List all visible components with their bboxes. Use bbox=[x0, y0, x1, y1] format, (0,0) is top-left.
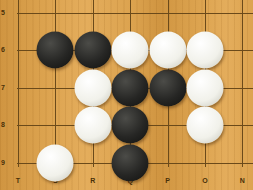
black-stone-P7 bbox=[149, 69, 186, 106]
grid-line-column-S bbox=[55, 0, 56, 167]
black-stone-R6 bbox=[74, 32, 111, 69]
go-board[interactable]: 56789 TSRQPON bbox=[0, 0, 253, 190]
white-stone-R8 bbox=[74, 107, 111, 144]
white-stone-S9 bbox=[37, 144, 74, 181]
grid-line-column-N bbox=[242, 0, 243, 167]
column-label-R: R bbox=[90, 177, 95, 185]
black-stone-Q9 bbox=[112, 144, 149, 181]
row-label-6: 6 bbox=[1, 46, 5, 54]
white-stone-O8 bbox=[187, 107, 224, 144]
row-label-7: 7 bbox=[1, 84, 5, 92]
row-label-5: 5 bbox=[1, 9, 5, 17]
column-label-T: T bbox=[16, 177, 20, 185]
grid-line-row-5 bbox=[17, 13, 253, 14]
black-stone-S6 bbox=[37, 32, 74, 69]
white-stone-Q6 bbox=[112, 32, 149, 69]
black-stone-Q7 bbox=[112, 69, 149, 106]
white-stone-R7 bbox=[74, 69, 111, 106]
white-stone-P6 bbox=[149, 32, 186, 69]
black-stone-Q8 bbox=[112, 107, 149, 144]
white-stone-O6 bbox=[187, 32, 224, 69]
column-label-N: N bbox=[240, 177, 245, 185]
row-label-8: 8 bbox=[1, 121, 5, 129]
column-label-O: O bbox=[202, 177, 207, 185]
row-label-9: 9 bbox=[1, 159, 5, 167]
grid-line-column-T bbox=[18, 0, 19, 167]
white-stone-O7 bbox=[187, 69, 224, 106]
column-label-P: P bbox=[165, 177, 170, 185]
